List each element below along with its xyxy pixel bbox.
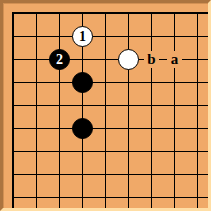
board-intersection	[71, 163, 94, 186]
board-intersection	[2, 2, 25, 25]
board-intersection: 1	[71, 25, 94, 48]
black-stone	[72, 72, 93, 93]
board-intersection	[117, 117, 140, 140]
board-intersection	[48, 71, 71, 94]
go-board-grid: 12ba	[2, 2, 209, 209]
board-intersection	[94, 25, 117, 48]
board-intersection	[117, 25, 140, 48]
board-intersection	[94, 163, 117, 186]
board-intersection	[71, 2, 94, 25]
board-intersection	[71, 186, 94, 209]
board-intersection	[186, 140, 209, 163]
board-intersection	[117, 48, 140, 71]
board-intersection	[2, 94, 25, 117]
board-intersection	[163, 117, 186, 140]
board-intersection	[163, 94, 186, 117]
board-intersection: b	[140, 48, 163, 71]
board-intersection	[140, 94, 163, 117]
board-intersection	[186, 25, 209, 48]
board-intersection	[2, 71, 25, 94]
board-intersection	[186, 71, 209, 94]
board-intersection	[186, 2, 209, 25]
board-intersection	[163, 2, 186, 25]
board-intersection	[140, 117, 163, 140]
board-intersection	[94, 48, 117, 71]
board-intersection	[25, 25, 48, 48]
board-intersection	[186, 94, 209, 117]
board-intersection	[94, 117, 117, 140]
board-intersection	[163, 140, 186, 163]
board-intersection	[140, 163, 163, 186]
board-intersection	[186, 117, 209, 140]
board-intersection	[2, 117, 25, 140]
board-intersection	[2, 140, 25, 163]
board-intersection	[48, 186, 71, 209]
board-intersection	[25, 2, 48, 25]
board-intersection	[163, 186, 186, 209]
white-stone	[118, 49, 139, 70]
board-intersection	[2, 25, 25, 48]
board-intersection	[25, 48, 48, 71]
board-intersection	[25, 186, 48, 209]
board-intersection	[186, 163, 209, 186]
board-intersection	[25, 140, 48, 163]
board-intersection	[117, 94, 140, 117]
board-intersection	[117, 163, 140, 186]
board-intersection	[25, 163, 48, 186]
board-intersection	[48, 2, 71, 25]
board-intersection	[48, 117, 71, 140]
black-stone	[72, 118, 93, 139]
board-intersection	[140, 2, 163, 25]
board-intersection	[163, 163, 186, 186]
board-intersection	[117, 71, 140, 94]
board-intersection	[163, 71, 186, 94]
board-intersection	[94, 186, 117, 209]
board-intersection	[71, 117, 94, 140]
board-intersection	[186, 48, 209, 71]
white-stone-move-1: 1	[72, 26, 93, 47]
board-intersection	[117, 186, 140, 209]
board-intersection	[94, 71, 117, 94]
board-intersection	[71, 48, 94, 71]
board-intersection	[25, 94, 48, 117]
board-intersection	[140, 71, 163, 94]
board-intersection	[25, 71, 48, 94]
board-intersection	[48, 163, 71, 186]
board-intersection	[94, 94, 117, 117]
board-intersection	[48, 140, 71, 163]
board-intersection: a	[163, 48, 186, 71]
board-intersection	[71, 71, 94, 94]
point-label-a: a	[167, 51, 182, 68]
board-intersection	[94, 2, 117, 25]
board-intersection	[2, 163, 25, 186]
board-intersection	[2, 48, 25, 71]
point-label-b: b	[144, 51, 159, 68]
board-intersection	[48, 25, 71, 48]
go-board-diagram: 12ba	[0, 0, 211, 211]
black-stone-move-2: 2	[49, 49, 70, 70]
board-intersection	[94, 140, 117, 163]
board-intersection	[71, 94, 94, 117]
board-intersection: 2	[48, 48, 71, 71]
board-intersection	[140, 25, 163, 48]
board-intersection	[117, 140, 140, 163]
board-intersection	[25, 117, 48, 140]
board-intersection	[140, 186, 163, 209]
board-intersection	[71, 140, 94, 163]
board-intersection	[2, 186, 25, 209]
board-intersection	[48, 94, 71, 117]
board-intersection	[163, 25, 186, 48]
board-intersection	[186, 186, 209, 209]
board-intersection	[117, 2, 140, 25]
board-intersection	[140, 140, 163, 163]
